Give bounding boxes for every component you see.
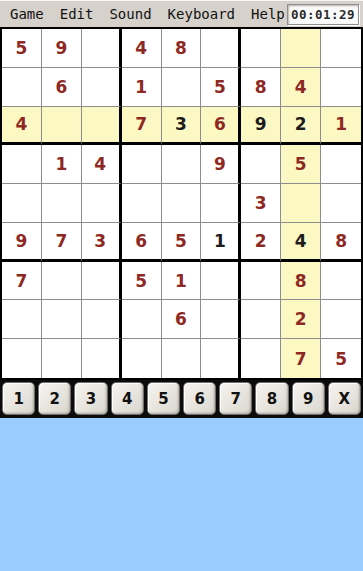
keypad-button-4[interactable]: 4 bbox=[111, 382, 144, 415]
cell-r7c3[interactable] bbox=[82, 262, 122, 301]
cell-r6c8[interactable]: 4 bbox=[281, 223, 321, 262]
sudoku-board: 59486158447369211495397365124875186275 bbox=[0, 27, 363, 380]
keypad-button-7[interactable]: 7 bbox=[219, 382, 252, 415]
cell-r8c6[interactable] bbox=[201, 300, 241, 339]
cell-r4c5[interactable] bbox=[162, 145, 202, 184]
cell-r8c1[interactable] bbox=[2, 300, 42, 339]
menubar: Game Edit Sound Keyboard Help 00:01:29 bbox=[0, 0, 363, 27]
cell-r4c9[interactable] bbox=[321, 145, 361, 184]
cell-r2c9[interactable] bbox=[321, 68, 361, 107]
cell-r3c6[interactable]: 6 bbox=[201, 107, 241, 146]
cell-r7c7[interactable] bbox=[241, 262, 281, 301]
cell-r6c2[interactable]: 7 bbox=[42, 223, 82, 262]
cell-r8c4[interactable] bbox=[122, 300, 162, 339]
game-timer-display: 00:01:29 bbox=[287, 4, 359, 25]
cell-r3c2[interactable] bbox=[42, 107, 82, 146]
cell-r8c9[interactable] bbox=[321, 300, 361, 339]
keypad-button-2[interactable]: 2 bbox=[38, 382, 71, 415]
menu-keyboard[interactable]: Keyboard bbox=[162, 4, 241, 24]
cell-r2c1[interactable] bbox=[2, 68, 42, 107]
keypad-button-5[interactable]: 5 bbox=[147, 382, 180, 415]
cell-r2c2[interactable]: 6 bbox=[42, 68, 82, 107]
cell-r1c3[interactable] bbox=[82, 29, 122, 68]
cell-r6c1[interactable]: 9 bbox=[2, 223, 42, 262]
cell-r8c3[interactable] bbox=[82, 300, 122, 339]
cell-r3c5[interactable]: 3 bbox=[162, 107, 202, 146]
cell-r1c1[interactable]: 5 bbox=[2, 29, 42, 68]
menu-edit[interactable]: Edit bbox=[54, 4, 100, 24]
cell-r9c4[interactable] bbox=[122, 339, 162, 378]
cell-r6c4[interactable]: 6 bbox=[122, 223, 162, 262]
cell-r4c8[interactable]: 5 bbox=[281, 145, 321, 184]
cell-r5c1[interactable] bbox=[2, 184, 42, 223]
cell-r7c1[interactable]: 7 bbox=[2, 262, 42, 301]
cell-r4c7[interactable] bbox=[241, 145, 281, 184]
cell-r6c5[interactable]: 5 bbox=[162, 223, 202, 262]
cell-r8c2[interactable] bbox=[42, 300, 82, 339]
cell-r6c3[interactable]: 3 bbox=[82, 223, 122, 262]
cell-r3c1[interactable]: 4 bbox=[2, 107, 42, 146]
cell-r9c9[interactable]: 5 bbox=[321, 339, 361, 378]
cell-r2c8[interactable]: 4 bbox=[281, 68, 321, 107]
cell-r1c6[interactable] bbox=[201, 29, 241, 68]
cell-r5c2[interactable] bbox=[42, 184, 82, 223]
cell-r5c7[interactable]: 3 bbox=[241, 184, 281, 223]
cell-r7c4[interactable]: 5 bbox=[122, 262, 162, 301]
cell-r1c9[interactable] bbox=[321, 29, 361, 68]
cell-r9c5[interactable] bbox=[162, 339, 202, 378]
cell-r5c9[interactable] bbox=[321, 184, 361, 223]
cell-r1c2[interactable]: 9 bbox=[42, 29, 82, 68]
cell-r4c6[interactable]: 9 bbox=[201, 145, 241, 184]
cell-r1c4[interactable]: 4 bbox=[122, 29, 162, 68]
menu-sound[interactable]: Sound bbox=[103, 4, 157, 24]
cell-r7c2[interactable] bbox=[42, 262, 82, 301]
cell-r7c5[interactable]: 1 bbox=[162, 262, 202, 301]
cell-r8c8[interactable]: 2 bbox=[281, 300, 321, 339]
keypad-button-8[interactable]: 8 bbox=[255, 382, 288, 415]
number-keypad: 123456789X bbox=[0, 380, 363, 418]
cell-r3c9[interactable]: 1 bbox=[321, 107, 361, 146]
cell-r6c7[interactable]: 2 bbox=[241, 223, 281, 262]
cell-r3c7[interactable]: 9 bbox=[241, 107, 281, 146]
keypad-button-3[interactable]: 3 bbox=[74, 382, 107, 415]
cell-r7c8[interactable]: 8 bbox=[281, 262, 321, 301]
menu-help[interactable]: Help bbox=[245, 4, 291, 24]
cell-r8c5[interactable]: 6 bbox=[162, 300, 202, 339]
cell-r9c6[interactable] bbox=[201, 339, 241, 378]
cell-r3c4[interactable]: 7 bbox=[122, 107, 162, 146]
cell-r9c7[interactable] bbox=[241, 339, 281, 378]
workspace-background bbox=[0, 418, 363, 571]
cell-r2c6[interactable]: 5 bbox=[201, 68, 241, 107]
cell-r3c8[interactable]: 2 bbox=[281, 107, 321, 146]
cell-r2c4[interactable]: 1 bbox=[122, 68, 162, 107]
cell-r1c8[interactable] bbox=[281, 29, 321, 68]
cell-r1c5[interactable]: 8 bbox=[162, 29, 202, 68]
cell-r5c4[interactable] bbox=[122, 184, 162, 223]
keypad-button-9[interactable]: 9 bbox=[292, 382, 325, 415]
cell-r5c3[interactable] bbox=[82, 184, 122, 223]
cell-r4c2[interactable]: 1 bbox=[42, 145, 82, 184]
cell-r4c4[interactable] bbox=[122, 145, 162, 184]
cell-r1c7[interactable] bbox=[241, 29, 281, 68]
cell-r5c5[interactable] bbox=[162, 184, 202, 223]
keypad-button-6[interactable]: 6 bbox=[183, 382, 216, 415]
cell-r9c3[interactable] bbox=[82, 339, 122, 378]
menu-game[interactable]: Game bbox=[4, 4, 50, 24]
cell-r7c9[interactable] bbox=[321, 262, 361, 301]
cell-r9c8[interactable]: 7 bbox=[281, 339, 321, 378]
keypad-button-1[interactable]: 1 bbox=[2, 382, 35, 415]
cell-r4c1[interactable] bbox=[2, 145, 42, 184]
cell-r2c3[interactable] bbox=[82, 68, 122, 107]
keypad-button-x[interactable]: X bbox=[328, 382, 361, 415]
cell-r5c8[interactable] bbox=[281, 184, 321, 223]
cell-r5c6[interactable] bbox=[201, 184, 241, 223]
cell-r6c6[interactable]: 1 bbox=[201, 223, 241, 262]
cell-r9c2[interactable] bbox=[42, 339, 82, 378]
cell-r3c3[interactable] bbox=[82, 107, 122, 146]
cell-r9c1[interactable] bbox=[2, 339, 42, 378]
cell-r4c3[interactable]: 4 bbox=[82, 145, 122, 184]
cell-r2c5[interactable] bbox=[162, 68, 202, 107]
cell-r7c6[interactable] bbox=[201, 262, 241, 301]
sudoku-window: Game Edit Sound Keyboard Help 00:01:29 5… bbox=[0, 0, 363, 571]
cell-r6c9[interactable]: 8 bbox=[321, 223, 361, 262]
cell-r2c7[interactable]: 8 bbox=[241, 68, 281, 107]
cell-r8c7[interactable] bbox=[241, 300, 281, 339]
